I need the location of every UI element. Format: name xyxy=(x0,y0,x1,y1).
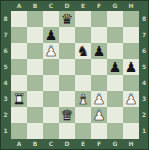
square-f3[interactable]: ♟ xyxy=(91,91,107,107)
square-a1[interactable] xyxy=(11,123,27,139)
square-b7[interactable] xyxy=(27,27,43,43)
rank-label-3: 3 xyxy=(1,91,10,107)
rank-label-3: 3 xyxy=(139,91,149,107)
file-labels-top: ABCDEFGH xyxy=(11,1,139,11)
square-e6[interactable]: ♞ xyxy=(75,43,91,59)
square-g4[interactable] xyxy=(107,75,123,91)
file-label-f: F xyxy=(91,139,107,149)
square-b6[interactable] xyxy=(27,43,43,59)
file-label-e: E xyxy=(75,1,91,11)
board-grid: ♛♟♟♞♟♟♟♜♝♟♟♛♟ xyxy=(11,11,139,139)
square-d1[interactable] xyxy=(59,123,75,139)
square-a6[interactable] xyxy=(11,43,27,59)
black-queen-d8[interactable]: ♛ xyxy=(61,11,74,27)
file-label-c: C xyxy=(43,139,59,149)
rank-label-2: 2 xyxy=(139,107,149,123)
square-h6[interactable] xyxy=(123,43,139,59)
black-pawn-f6[interactable]: ♟ xyxy=(93,43,106,59)
square-g2[interactable] xyxy=(107,107,123,123)
square-e7[interactable] xyxy=(75,27,91,43)
rank-label-5: 5 xyxy=(1,59,10,75)
rank-label-1: 1 xyxy=(139,123,149,139)
white-queen-d2[interactable]: ♛ xyxy=(61,107,74,123)
square-g3[interactable] xyxy=(107,91,123,107)
square-h7[interactable] xyxy=(123,27,139,43)
square-b1[interactable] xyxy=(27,123,43,139)
file-label-d: D xyxy=(59,1,75,11)
square-d3[interactable] xyxy=(59,91,75,107)
black-pawn-g5[interactable]: ♟ xyxy=(109,59,122,75)
square-d8[interactable]: ♛ xyxy=(59,11,75,27)
file-label-e: E xyxy=(75,139,91,149)
square-e4[interactable] xyxy=(75,75,91,91)
square-f4[interactable] xyxy=(91,75,107,91)
square-c3[interactable] xyxy=(43,91,59,107)
white-pawn-h3[interactable]: ♟ xyxy=(125,91,138,107)
square-c7[interactable]: ♟ xyxy=(43,27,59,43)
square-b5[interactable] xyxy=(27,59,43,75)
rank-label-1: 1 xyxy=(1,123,10,139)
square-g5[interactable]: ♟ xyxy=(107,59,123,75)
file-labels-bottom: ABCDEFGH xyxy=(11,139,139,149)
square-g1[interactable] xyxy=(107,123,123,139)
square-f1[interactable] xyxy=(91,123,107,139)
square-a4[interactable] xyxy=(11,75,27,91)
chess-board-diagram: ABCDEFGH 87654321 87654321 ♛♟♟♞♟♟♟♜♝♟♟♛♟… xyxy=(0,0,149,150)
square-h4[interactable] xyxy=(123,75,139,91)
file-label-b: B xyxy=(27,139,43,149)
square-a2[interactable] xyxy=(11,107,27,123)
square-h1[interactable] xyxy=(123,123,139,139)
rank-label-8: 8 xyxy=(1,11,10,27)
file-label-f: F xyxy=(91,1,107,11)
square-a5[interactable] xyxy=(11,59,27,75)
file-label-h: H xyxy=(123,1,139,11)
square-d7[interactable] xyxy=(59,27,75,43)
square-h5[interactable]: ♟ xyxy=(123,59,139,75)
file-label-g: G xyxy=(107,139,123,149)
file-label-a: A xyxy=(11,1,27,11)
rank-label-5: 5 xyxy=(139,59,149,75)
black-pawn-h5[interactable]: ♟ xyxy=(125,59,138,75)
square-f2[interactable]: ♟ xyxy=(91,107,107,123)
square-a8[interactable] xyxy=(11,11,27,27)
square-b3[interactable] xyxy=(27,91,43,107)
square-f5[interactable] xyxy=(91,59,107,75)
square-d5[interactable] xyxy=(59,59,75,75)
square-h8[interactable] xyxy=(123,11,139,27)
file-label-h: H xyxy=(123,139,139,149)
rank-label-7: 7 xyxy=(139,27,149,43)
square-g6[interactable] xyxy=(107,43,123,59)
square-d6[interactable] xyxy=(59,43,75,59)
square-f6[interactable]: ♟ xyxy=(91,43,107,59)
square-e3[interactable]: ♝ xyxy=(75,91,91,107)
square-e8[interactable] xyxy=(75,11,91,27)
square-e2[interactable] xyxy=(75,107,91,123)
white-pawn-f3[interactable]: ♟ xyxy=(93,91,106,107)
file-label-b: B xyxy=(27,1,43,11)
square-a3[interactable]: ♜ xyxy=(11,91,27,107)
square-a7[interactable] xyxy=(11,27,27,43)
rank-label-6: 6 xyxy=(139,43,149,59)
square-b2[interactable] xyxy=(27,107,43,123)
square-h2[interactable] xyxy=(123,107,139,123)
square-b4[interactable] xyxy=(27,75,43,91)
white-rook-a3[interactable]: ♜ xyxy=(13,91,26,107)
square-h3[interactable]: ♟ xyxy=(123,91,139,107)
square-c4[interactable] xyxy=(43,75,59,91)
square-d4[interactable] xyxy=(59,75,75,91)
square-f8[interactable] xyxy=(91,11,107,27)
square-e5[interactable] xyxy=(75,59,91,75)
rank-label-4: 4 xyxy=(1,75,10,91)
white-bishop-e3[interactable]: ♝ xyxy=(77,91,90,107)
rank-label-2: 2 xyxy=(1,107,10,123)
square-c5[interactable] xyxy=(43,59,59,75)
square-b8[interactable] xyxy=(27,11,43,27)
square-e1[interactable] xyxy=(75,123,91,139)
square-c6[interactable]: ♟ xyxy=(43,43,59,59)
rank-label-6: 6 xyxy=(1,43,10,59)
file-label-c: C xyxy=(43,1,59,11)
rank-label-7: 7 xyxy=(1,27,10,43)
file-label-d: D xyxy=(59,139,75,149)
square-c2[interactable] xyxy=(43,107,59,123)
rank-label-8: 8 xyxy=(139,11,149,27)
white-pawn-c6[interactable]: ♟ xyxy=(45,43,58,59)
black-pawn-c7[interactable]: ♟ xyxy=(45,27,58,43)
square-g7[interactable] xyxy=(107,27,123,43)
square-c8[interactable] xyxy=(43,11,59,27)
rank-label-4: 4 xyxy=(139,75,149,91)
black-knight-e6[interactable]: ♞ xyxy=(77,43,90,59)
square-d2[interactable]: ♛ xyxy=(59,107,75,123)
white-pawn-f2[interactable]: ♟ xyxy=(93,107,106,123)
rank-labels-left: 87654321 xyxy=(1,11,10,139)
file-label-g: G xyxy=(107,1,123,11)
square-f7[interactable] xyxy=(91,27,107,43)
square-g8[interactable] xyxy=(107,11,123,27)
file-label-a: A xyxy=(11,139,27,149)
square-c1[interactable] xyxy=(43,123,59,139)
rank-labels-right: 87654321 xyxy=(139,11,149,139)
